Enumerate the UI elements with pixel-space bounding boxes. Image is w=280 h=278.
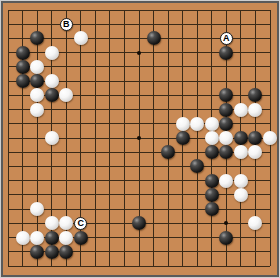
black-stone — [132, 216, 146, 230]
black-stone — [16, 60, 30, 74]
black-stone — [30, 74, 44, 88]
black-stone — [205, 188, 219, 202]
white-stone — [190, 117, 204, 131]
white-stone — [59, 231, 73, 245]
grid-line-horizontal — [8, 166, 270, 167]
white-stone — [16, 231, 30, 245]
white-stone — [205, 117, 219, 131]
grid-line-horizontal — [8, 266, 270, 267]
black-stone — [59, 245, 73, 259]
white-stone — [234, 174, 248, 188]
black-stone — [176, 131, 190, 145]
grid-line-vertical — [153, 10, 154, 266]
black-stone — [147, 31, 161, 45]
black-stone — [205, 145, 219, 159]
white-stone — [248, 103, 262, 117]
label-marker-C: C — [74, 217, 87, 230]
white-stone — [219, 131, 233, 145]
white-stone — [248, 216, 262, 230]
black-stone — [205, 202, 219, 216]
white-stone — [74, 31, 88, 45]
black-stone — [190, 159, 204, 173]
black-stone — [248, 131, 262, 145]
white-stone — [219, 174, 233, 188]
white-stone — [59, 216, 73, 230]
white-stone — [30, 231, 44, 245]
black-stone — [219, 231, 233, 245]
white-stone — [234, 188, 248, 202]
grid-line-vertical — [168, 10, 169, 266]
label-marker-A: A — [220, 32, 233, 45]
star-point — [137, 136, 141, 140]
white-stone — [59, 88, 73, 102]
go-board: ABC — [0, 0, 280, 278]
white-stone — [45, 74, 59, 88]
black-stone — [219, 145, 233, 159]
black-stone — [219, 103, 233, 117]
black-stone — [161, 145, 175, 159]
white-stone — [234, 145, 248, 159]
white-stone — [45, 46, 59, 60]
black-stone — [219, 88, 233, 102]
white-stone — [30, 60, 44, 74]
white-stone — [234, 103, 248, 117]
white-stone — [30, 103, 44, 117]
black-stone — [219, 117, 233, 131]
black-stone — [45, 245, 59, 259]
grid-line-horizontal — [8, 209, 270, 210]
screenshot-root: ABC — [0, 0, 280, 278]
star-point — [137, 51, 141, 55]
black-stone — [30, 245, 44, 259]
white-stone — [45, 216, 59, 230]
label-marker-B: B — [60, 18, 73, 31]
black-stone — [30, 31, 44, 45]
white-stone — [30, 88, 44, 102]
black-stone — [74, 231, 88, 245]
white-stone — [205, 131, 219, 145]
white-stone — [263, 131, 277, 145]
black-stone — [248, 88, 262, 102]
white-stone — [45, 131, 59, 145]
black-stone — [219, 46, 233, 60]
black-stone — [45, 231, 59, 245]
black-stone — [16, 46, 30, 60]
grid-line-horizontal — [8, 194, 270, 195]
grid-line-vertical — [197, 10, 198, 266]
black-stone — [234, 131, 248, 145]
black-stone — [205, 174, 219, 188]
white-stone — [30, 202, 44, 216]
white-stone — [248, 145, 262, 159]
black-stone — [45, 88, 59, 102]
star-point — [224, 221, 228, 225]
black-stone — [16, 74, 30, 88]
white-stone — [176, 117, 190, 131]
